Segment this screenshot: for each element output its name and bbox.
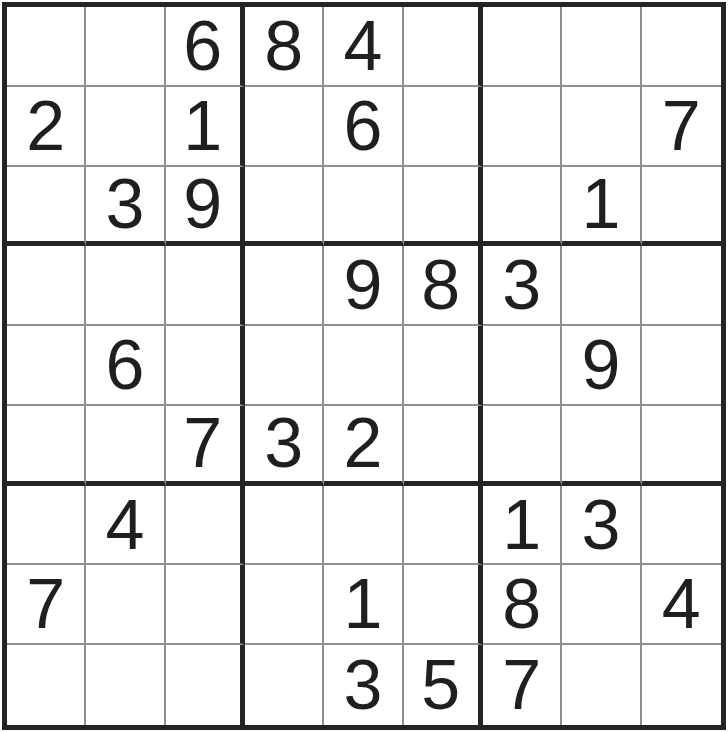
- cell-r6c5-given: 2: [324, 406, 403, 486]
- cell-r5c2-given: 6: [86, 326, 165, 406]
- cell-r4c5-given: 9: [324, 246, 403, 326]
- cell-r7c3-empty[interactable]: [166, 486, 245, 566]
- cell-r9c9-empty[interactable]: [642, 645, 721, 725]
- cell-r6c3-given: 7: [166, 406, 245, 486]
- cell-r9c8-empty[interactable]: [562, 645, 641, 725]
- cell-r2c6-empty[interactable]: [404, 87, 483, 167]
- cell-r5c7-empty[interactable]: [483, 326, 562, 406]
- cell-r3c2-given: 3: [86, 167, 165, 247]
- cell-r5c1-empty[interactable]: [7, 326, 86, 406]
- cell-r8c4-empty[interactable]: [245, 565, 324, 645]
- cell-r5c6-empty[interactable]: [404, 326, 483, 406]
- cell-r8c7-given: 8: [483, 565, 562, 645]
- cell-r4c6-given: 8: [404, 246, 483, 326]
- cell-r6c6-empty[interactable]: [404, 406, 483, 486]
- cell-r3c5-empty[interactable]: [324, 167, 403, 247]
- cell-r2c7-empty[interactable]: [483, 87, 562, 167]
- cell-r7c8-given: 3: [562, 486, 641, 566]
- cell-r8c5-given: 1: [324, 565, 403, 645]
- cell-r9c1-empty[interactable]: [7, 645, 86, 725]
- cell-r9c3-empty[interactable]: [166, 645, 245, 725]
- cell-r3c8-given: 1: [562, 167, 641, 247]
- cell-r5c3-empty[interactable]: [166, 326, 245, 406]
- cell-r4c4-empty[interactable]: [245, 246, 324, 326]
- cell-r8c3-empty[interactable]: [166, 565, 245, 645]
- cell-r9c4-empty[interactable]: [245, 645, 324, 725]
- cell-r2c3-given: 1: [166, 87, 245, 167]
- cell-r4c1-empty[interactable]: [7, 246, 86, 326]
- cell-r4c3-empty[interactable]: [166, 246, 245, 326]
- cell-r3c9-empty[interactable]: [642, 167, 721, 247]
- cell-r1c5-given: 4: [324, 7, 403, 87]
- cell-r2c9-given: 7: [642, 87, 721, 167]
- cell-r5c8-given: 9: [562, 326, 641, 406]
- cell-r1c9-empty[interactable]: [642, 7, 721, 87]
- cell-r4c2-empty[interactable]: [86, 246, 165, 326]
- cell-r7c6-empty[interactable]: [404, 486, 483, 566]
- cell-r6c2-empty[interactable]: [86, 406, 165, 486]
- cell-r9c7-given: 7: [483, 645, 562, 725]
- cell-r7c9-empty[interactable]: [642, 486, 721, 566]
- cell-r2c1-given: 2: [7, 87, 86, 167]
- cell-r7c1-empty[interactable]: [7, 486, 86, 566]
- cell-r1c2-empty[interactable]: [86, 7, 165, 87]
- cell-r6c8-empty[interactable]: [562, 406, 641, 486]
- cell-r8c6-empty[interactable]: [404, 565, 483, 645]
- cell-r6c1-empty[interactable]: [7, 406, 86, 486]
- cell-r7c7-given: 1: [483, 486, 562, 566]
- cell-r2c4-empty[interactable]: [245, 87, 324, 167]
- cell-r8c2-empty[interactable]: [86, 565, 165, 645]
- cell-r1c3-given: 6: [166, 7, 245, 87]
- cell-r6c9-empty[interactable]: [642, 406, 721, 486]
- cell-r4c9-empty[interactable]: [642, 246, 721, 326]
- cell-r2c5-given: 6: [324, 87, 403, 167]
- cell-r4c7-given: 3: [483, 246, 562, 326]
- sudoku-board: 6842167391983697324137184357: [2, 2, 726, 730]
- cell-r3c1-empty[interactable]: [7, 167, 86, 247]
- cell-r8c1-given: 7: [7, 565, 86, 645]
- sudoku-page: 6842167391983697324137184357: [0, 0, 728, 732]
- cell-r2c8-empty[interactable]: [562, 87, 641, 167]
- cell-r2c2-empty[interactable]: [86, 87, 165, 167]
- cell-r1c6-empty[interactable]: [404, 7, 483, 87]
- cell-r5c5-empty[interactable]: [324, 326, 403, 406]
- cell-r8c9-given: 4: [642, 565, 721, 645]
- cell-r3c6-empty[interactable]: [404, 167, 483, 247]
- cell-r9c5-given: 3: [324, 645, 403, 725]
- cell-r5c4-empty[interactable]: [245, 326, 324, 406]
- cell-r1c7-empty[interactable]: [483, 7, 562, 87]
- cell-r5c9-empty[interactable]: [642, 326, 721, 406]
- cell-r6c4-given: 3: [245, 406, 324, 486]
- cell-r1c8-empty[interactable]: [562, 7, 641, 87]
- cell-r7c2-given: 4: [86, 486, 165, 566]
- cell-r6c7-empty[interactable]: [483, 406, 562, 486]
- cell-r1c4-given: 8: [245, 7, 324, 87]
- cell-r3c7-empty[interactable]: [483, 167, 562, 247]
- cell-r7c5-empty[interactable]: [324, 486, 403, 566]
- cell-r3c3-given: 9: [166, 167, 245, 247]
- cell-r4c8-empty[interactable]: [562, 246, 641, 326]
- cell-r3c4-empty[interactable]: [245, 167, 324, 247]
- cell-r9c2-empty[interactable]: [86, 645, 165, 725]
- cell-r9c6-given: 5: [404, 645, 483, 725]
- cell-r1c1-empty[interactable]: [7, 7, 86, 87]
- cell-r7c4-empty[interactable]: [245, 486, 324, 566]
- cell-r8c8-empty[interactable]: [562, 565, 641, 645]
